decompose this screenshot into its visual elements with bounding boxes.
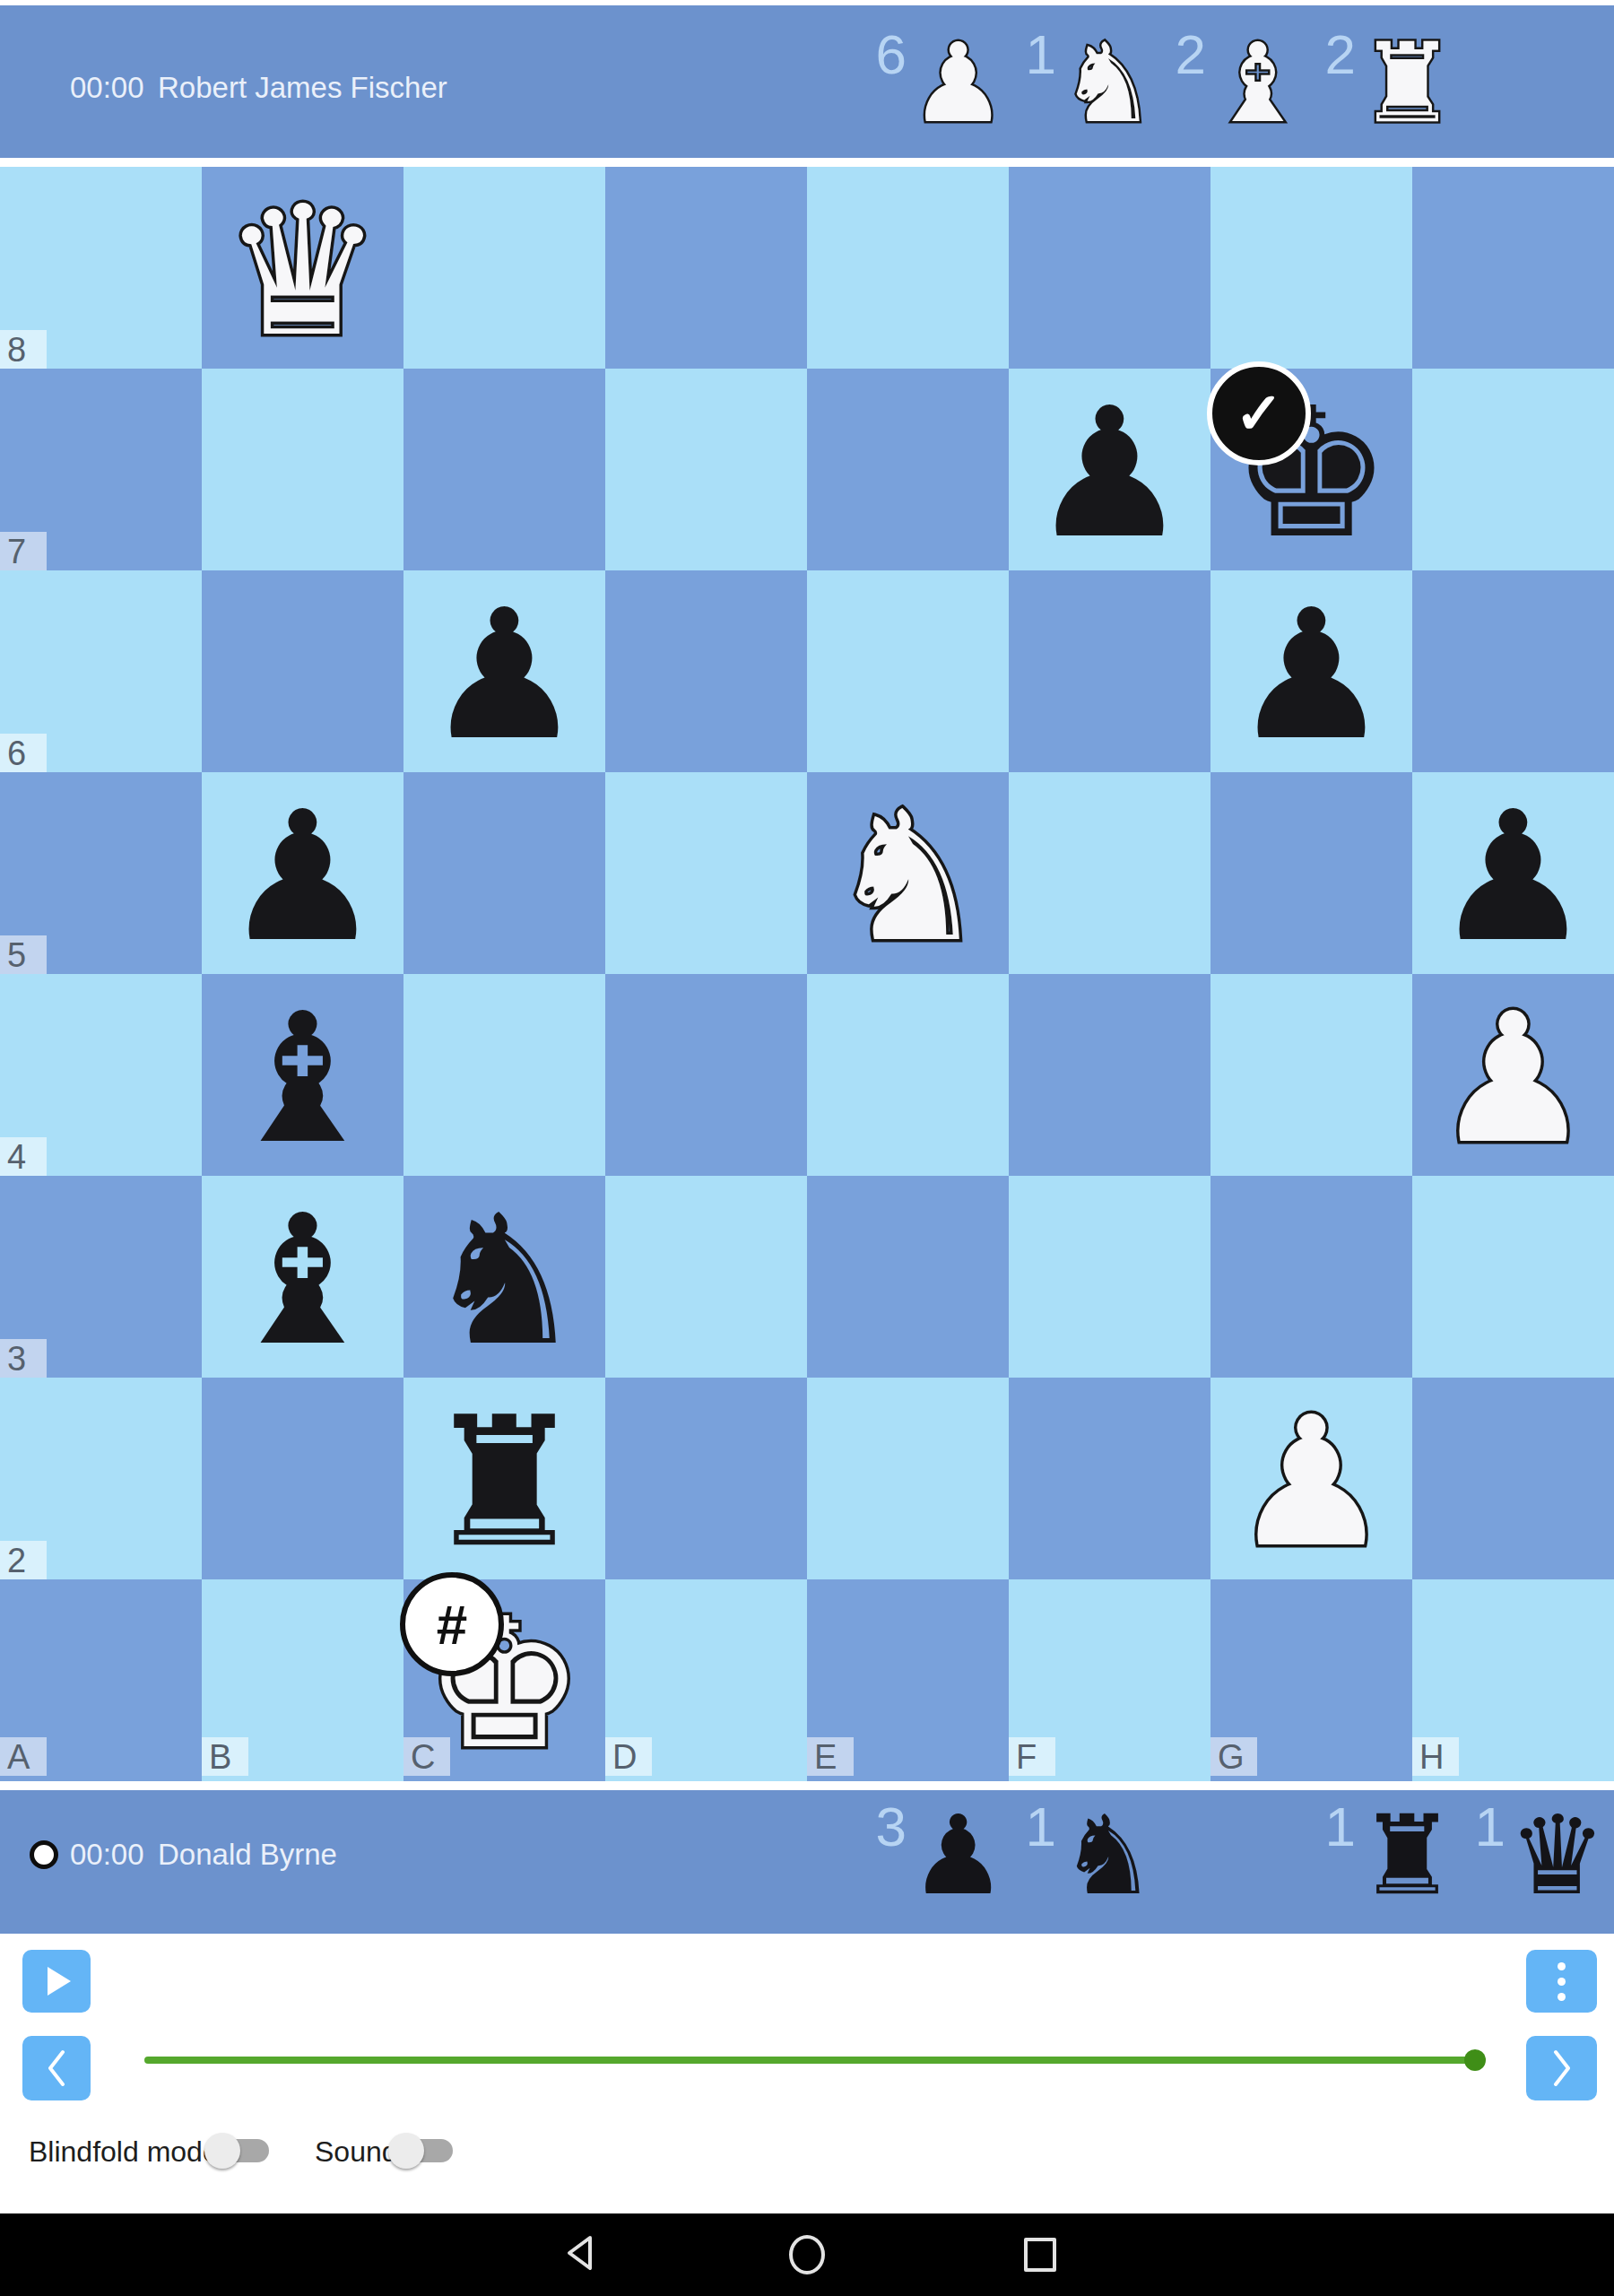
file-label-a: A: [0, 1737, 47, 1776]
captured-slot-B: 2♝: [1174, 23, 1323, 143]
check-marker-g7: ✓: [1207, 361, 1311, 465]
square-b7[interactable]: [202, 369, 403, 570]
square-d6[interactable]: [605, 570, 807, 772]
square-d4[interactable]: [605, 974, 807, 1176]
black-bishop-b4[interactable]: ♝: [202, 974, 403, 1176]
square-e4[interactable]: [807, 974, 1009, 1176]
square-f8[interactable]: [1009, 167, 1210, 369]
square-b2[interactable]: [202, 1378, 403, 1579]
captured-slot-R: 2♜: [1323, 23, 1473, 143]
black-rook-c2[interactable]: ♜: [403, 1378, 605, 1579]
rank-label-4: 4: [0, 1137, 47, 1176]
square-g3[interactable]: [1210, 1176, 1412, 1378]
rank-label-2: 2: [0, 1541, 47, 1579]
recents-square-icon: [1024, 2238, 1056, 2272]
square-g4[interactable]: [1210, 974, 1412, 1176]
square-d5[interactable]: [605, 772, 807, 974]
sound-label: Sound: [315, 2135, 398, 2168]
square-h7[interactable]: [1412, 369, 1614, 570]
square-h3[interactable]: [1412, 1176, 1614, 1378]
square-e5[interactable]: ♞: [807, 772, 1009, 974]
captured-white-rook-icon: ♜: [1358, 23, 1456, 143]
square-b3[interactable]: ♝: [202, 1176, 403, 1378]
file-label-b: B: [202, 1737, 248, 1776]
previous-move-button[interactable]: [22, 2036, 91, 2100]
black-pawn-h5[interactable]: ♟: [1412, 772, 1614, 974]
captured-count: 1: [1473, 1796, 1506, 1858]
bottom-player-name: Donald Byrne: [158, 1839, 337, 1871]
captured-slot-N: 1♞: [1024, 23, 1174, 143]
square-f7[interactable]: ♟: [1009, 369, 1210, 570]
black-bishop-b3[interactable]: ♝: [202, 1176, 403, 1378]
square-d2[interactable]: [605, 1378, 807, 1579]
top-player-name: Robert James Fischer: [158, 72, 447, 104]
square-h5[interactable]: ♟: [1412, 772, 1614, 974]
captured-count: 6: [874, 23, 907, 86]
play-icon: [48, 1967, 71, 1996]
blindfold-mode-toggle[interactable]: [204, 2129, 271, 2172]
menu-button[interactable]: [1526, 1950, 1597, 2013]
square-g5[interactable]: [1210, 772, 1412, 974]
square-h6[interactable]: [1412, 570, 1614, 772]
captured-white-pawn-icon: ♟: [909, 23, 1007, 143]
captured-count: 1: [1024, 23, 1056, 86]
back-button[interactable]: [563, 2235, 597, 2274]
captured-count: 2: [1174, 23, 1206, 86]
square-d3[interactable]: [605, 1176, 807, 1378]
square-f5[interactable]: [1009, 772, 1210, 974]
recents-button[interactable]: [1024, 2238, 1056, 2272]
home-circle-icon: [789, 2235, 825, 2274]
captured-black-rook-icon: ♜: [1358, 1796, 1456, 1916]
square-c3[interactable]: ♞: [403, 1176, 605, 1378]
square-e6[interactable]: [807, 570, 1009, 772]
square-e8[interactable]: [807, 167, 1009, 369]
move-slider-thumb[interactable]: [1464, 2049, 1486, 2071]
square-c6[interactable]: ♟: [403, 570, 605, 772]
move-slider[interactable]: [144, 2057, 1479, 2064]
chess-app-screen: 00:00 Robert James Fischer 6♟1♞2♝2♜ ♛♟♚♟…: [0, 0, 1614, 2296]
square-d8[interactable]: [605, 167, 807, 369]
black-pawn-g6[interactable]: ♟: [1210, 570, 1412, 772]
captured-black-knight-icon: ♞: [1059, 1796, 1157, 1916]
rank-label-3: 3: [0, 1339, 47, 1378]
black-pawn-c6[interactable]: ♟: [403, 570, 605, 772]
black-knight-c3[interactable]: ♞: [403, 1176, 605, 1378]
captured-pieces-tray-bottom: 3♟1♞1♜1♛: [874, 1796, 1614, 1916]
white-to-move-indicator: [30, 1840, 58, 1869]
rank-label-7: 7: [0, 532, 47, 570]
captured-slot-n: 1♞: [1024, 1796, 1174, 1916]
file-label-h: H: [1412, 1737, 1459, 1776]
top-player-bar: 00:00 Robert James Fischer 6♟1♞2♝2♜: [0, 5, 1614, 158]
chess-board[interactable]: ♛♟♚♟♟♟♞♟♝♟♝♞♜♟♚8765432ABCDEFGH✓#: [0, 167, 1614, 1781]
file-label-d: D: [605, 1737, 652, 1776]
bottom-player-bar: 00:00 Donald Byrne 3♟1♞1♜1♛: [0, 1790, 1614, 1934]
captured-count: 3: [874, 1796, 907, 1858]
square-f3[interactable]: [1009, 1176, 1210, 1378]
rank-label-8: 8: [0, 330, 47, 369]
sound-toggle[interactable]: [388, 2129, 455, 2172]
square-b8[interactable]: ♛: [202, 167, 403, 369]
vertical-ellipsis-icon: [1558, 1962, 1566, 1970]
square-d7[interactable]: [605, 369, 807, 570]
captured-count: 1: [1323, 1796, 1356, 1858]
captured-slot-p: 3♟: [874, 1796, 1024, 1916]
file-label-f: F: [1009, 1737, 1055, 1776]
captured-black-queen-icon: ♛: [1508, 1796, 1606, 1916]
square-f6[interactable]: [1009, 570, 1210, 772]
rank-label-5: 5: [0, 935, 47, 974]
captured-pieces-tray-top: 6♟1♞2♝2♜: [874, 23, 1473, 143]
square-c8[interactable]: [403, 167, 605, 369]
file-label-e: E: [807, 1737, 854, 1776]
square-b5[interactable]: ♟: [202, 772, 403, 974]
square-h2[interactable]: [1412, 1378, 1614, 1579]
bottom-player-clock: 00:00: [70, 1839, 144, 1871]
square-c7[interactable]: [403, 369, 605, 570]
back-triangle-icon: [563, 2235, 597, 2271]
square-c5[interactable]: [403, 772, 605, 974]
home-button[interactable]: [789, 2235, 825, 2274]
square-f4[interactable]: [1009, 974, 1210, 1176]
captured-count: 1: [1024, 1796, 1056, 1858]
top-player-clock: 00:00: [70, 72, 144, 104]
file-label-g: G: [1210, 1737, 1257, 1776]
black-pawn-b5[interactable]: ♟: [202, 772, 403, 974]
square-e2[interactable]: [807, 1378, 1009, 1579]
square-g6[interactable]: ♟: [1210, 570, 1412, 772]
square-b6[interactable]: [202, 570, 403, 772]
white-queen-b8[interactable]: ♛: [202, 167, 403, 369]
chevron-right-icon: [1549, 2048, 1575, 2088]
square-e3[interactable]: [807, 1176, 1009, 1378]
white-knight-e5[interactable]: ♞: [807, 772, 1009, 974]
rank-label-6: 6: [0, 734, 47, 772]
android-nav-bar: [0, 2213, 1614, 2296]
square-b4[interactable]: ♝: [202, 974, 403, 1176]
square-e7[interactable]: [807, 369, 1009, 570]
square-g8[interactable]: [1210, 167, 1412, 369]
play-button[interactable]: [22, 1950, 91, 2013]
captured-black-pawn-icon: ♟: [909, 1796, 1007, 1916]
square-c4[interactable]: [403, 974, 605, 1176]
square-h4[interactable]: ♟: [1412, 974, 1614, 1176]
captured-count: 2: [1323, 23, 1356, 86]
blindfold-mode-label: Blindfold mode: [29, 2135, 219, 2168]
square-f2[interactable]: [1009, 1378, 1210, 1579]
captured-slot-r: 1♜: [1323, 1796, 1473, 1916]
black-pawn-f7[interactable]: ♟: [1009, 369, 1210, 570]
square-g2[interactable]: ♟: [1210, 1378, 1412, 1579]
white-pawn-h4[interactable]: ♟: [1412, 974, 1614, 1176]
square-c2[interactable]: ♜: [403, 1378, 605, 1579]
next-move-button[interactable]: [1526, 2036, 1597, 2100]
checkmate-marker-c1: #: [400, 1572, 504, 1676]
square-h8[interactable]: [1412, 167, 1614, 369]
chevron-left-icon: [43, 2048, 70, 2088]
captured-slot-P: 6♟: [874, 23, 1024, 143]
captured-white-bishop-icon: ♝: [1209, 23, 1306, 143]
white-pawn-g2[interactable]: ♟: [1210, 1378, 1412, 1579]
captured-white-knight-icon: ♞: [1059, 23, 1157, 143]
captured-slot-q: 1♛: [1473, 1796, 1614, 1916]
